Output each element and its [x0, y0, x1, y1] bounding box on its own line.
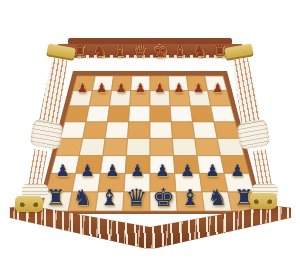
piece-red-knight: ♞: [193, 44, 206, 59]
piece-blue-pawn: ♟: [130, 163, 144, 179]
piece-red-king: ♚: [152, 43, 167, 60]
piece-red-pawn: ♟: [174, 82, 185, 94]
photo-background: ♜♞♝♛♚♝♞♜♟♟♟♟♟♟♟♟♟♟♟♟♟♟♟♟♜♞♝♛♚♝♞♜: [0, 0, 300, 259]
piece-red-rook: ♜: [73, 44, 86, 59]
piece-blue-king: ♚: [152, 185, 174, 210]
piece-blue-pawn: ♟: [80, 163, 94, 179]
piece-red-pawn: ♟: [135, 82, 146, 94]
piece-blue-rook: ♜: [234, 187, 254, 209]
piece-blue-rook: ♜: [46, 187, 66, 209]
piece-red-knight: ♞: [93, 44, 106, 59]
piece-red-pawn: ♟: [77, 82, 88, 94]
piece-red-pawn: ♟: [154, 82, 165, 94]
piece-red-pawn: ♟: [212, 82, 223, 94]
piece-blue-bishop: ♝: [100, 187, 120, 209]
piece-blue-bishop: ♝: [181, 187, 201, 209]
piece-blue-pawn: ♟: [55, 163, 69, 179]
piece-blue-knight: ♞: [73, 187, 93, 209]
piece-blue-pawn: ♟: [205, 163, 219, 179]
piece-blue-pawn: ♟: [105, 163, 119, 179]
piece-blue-queen: ♛: [126, 186, 148, 210]
piece-blue-pawn: ♟: [180, 163, 194, 179]
piece-red-pawn: ♟: [96, 82, 107, 94]
piece-red-pawn: ♟: [116, 82, 127, 94]
piece-red-queen: ♛: [133, 43, 147, 59]
piece-blue-knight: ♞: [207, 187, 227, 209]
piece-blue-pawn: ♟: [230, 163, 244, 179]
pieces-layer: ♜♞♝♛♚♝♞♜♟♟♟♟♟♟♟♟♟♟♟♟♟♟♟♟♜♞♝♛♚♝♞♜: [0, 0, 300, 259]
piece-blue-pawn: ♟: [155, 163, 169, 179]
piece-red-bishop: ♝: [113, 44, 126, 59]
piece-red-pawn: ♟: [193, 82, 204, 94]
piece-red-rook: ♜: [213, 44, 226, 59]
piece-red-bishop: ♝: [173, 44, 186, 59]
